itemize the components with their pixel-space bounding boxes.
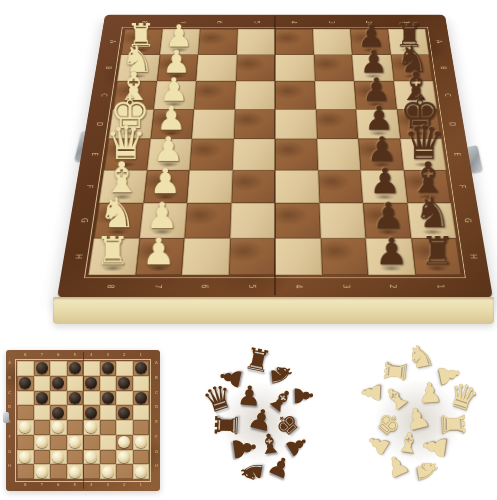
square-r8c1: ♜ (88, 238, 139, 275)
light-checker (52, 421, 64, 433)
square-r4c8 (133, 405, 150, 420)
square-r8c5 (275, 238, 322, 275)
black-pawn: ♟ (369, 164, 400, 199)
square-r3c3 (194, 81, 236, 109)
dark-checker (69, 362, 81, 374)
dark-checker (135, 362, 147, 374)
square-r5c4 (67, 420, 84, 435)
light-checker (85, 451, 97, 463)
square-r7c5 (83, 450, 100, 465)
light-checker (52, 451, 64, 463)
square-r8c2 (34, 464, 51, 479)
square-r5c3 (50, 420, 67, 435)
square-r1c5 (83, 361, 100, 376)
coord-label: 2 (116, 483, 133, 487)
square-r5c2 (34, 420, 51, 435)
square-r2c8 (133, 376, 150, 391)
black-pawn: ♟ (375, 233, 408, 270)
square-r1c6 (313, 29, 352, 54)
square-r2c6 (100, 376, 117, 391)
coord-label: 5 (67, 483, 84, 487)
square-r5c6 (100, 420, 117, 435)
metal-pin-icon (3, 412, 9, 423)
dark-checker (102, 392, 114, 404)
coord-label: 2 (116, 353, 133, 357)
square-r3c6 (314, 81, 356, 109)
coord-label: 7 (34, 483, 51, 487)
square-r3c4 (67, 391, 84, 406)
dark-checker (135, 392, 147, 404)
square-r1c1 (17, 361, 34, 376)
coord-label: A (155, 361, 158, 376)
coord-label: 3 (100, 353, 117, 357)
dark-checker (36, 392, 48, 404)
square-r7c4 (230, 203, 275, 238)
dark-checker (118, 377, 130, 389)
square-r6c6 (100, 435, 117, 450)
coord-label: 6 (50, 483, 67, 487)
square-r5c4 (232, 139, 275, 170)
coord-label: G (8, 450, 11, 465)
square-r4c5 (275, 109, 317, 139)
board-fold-seam (83, 352, 84, 489)
square-r3c5 (275, 81, 316, 109)
coord-label: H (155, 464, 158, 479)
light-checker (85, 421, 97, 433)
square-r3c3 (50, 391, 67, 406)
square-r5c1 (17, 420, 34, 435)
square-r4c1 (17, 405, 34, 420)
square-r4c4 (67, 405, 84, 420)
square-r8c7 (116, 464, 133, 479)
coord-label: F (155, 435, 158, 450)
square-r8c2: ♟ (135, 238, 184, 275)
square-r4c6 (100, 405, 117, 420)
light-checker (118, 436, 130, 448)
light-checker (135, 466, 147, 478)
coord-label: D (155, 405, 158, 420)
square-r8c6 (100, 464, 117, 479)
square-r6c5 (83, 435, 100, 450)
square-r5c3 (189, 139, 233, 170)
board-fold-seam (274, 16, 276, 295)
coords-bottom: 87654321 (17, 483, 149, 487)
light-checker (69, 436, 81, 448)
square-r5c5 (83, 420, 100, 435)
square-r8c8 (133, 464, 150, 479)
square-r4c3 (192, 109, 235, 139)
square-r2c2 (34, 376, 51, 391)
square-r4c7 (116, 405, 133, 420)
square-r5c5 (275, 139, 318, 170)
square-r2c3 (50, 376, 67, 391)
square-r5c8 (133, 420, 150, 435)
square-r4c3 (50, 405, 67, 420)
coord-label: G (155, 450, 158, 465)
product-photo-composite: ♜♟♟♜♞♟♟♞♝♟♟♝♚♟♟♚♛♟♟♛♝♟♟♝♞♟♟♞♜♟♟♜ 8765432… (0, 0, 497, 500)
square-r7c6 (319, 203, 366, 238)
square-r8c6 (320, 238, 368, 275)
board-3d-scene: ♜♟♟♜♞♟♟♞♝♟♟♝♚♟♟♚♛♟♟♛♝♟♟♝♞♟♟♞♜♟♟♜ 8765432… (0, 0, 497, 340)
square-r3c5 (83, 391, 100, 406)
square-r3c4 (234, 81, 275, 109)
square-r2c7 (116, 376, 133, 391)
square-r7c7 (116, 450, 133, 465)
square-r2c5 (275, 54, 314, 81)
square-r3c7 (116, 391, 133, 406)
coord-label: H (8, 464, 11, 479)
coord-label: A (8, 361, 11, 376)
dark-checker (19, 377, 31, 389)
square-r7c6 (100, 450, 117, 465)
square-r4c2 (34, 405, 51, 420)
square-r8c1 (17, 464, 34, 479)
square-r4c6 (316, 109, 359, 139)
square-r6c4 (67, 435, 84, 450)
white-pawn: ♟ (150, 164, 181, 199)
square-r5c6 (317, 139, 361, 170)
square-r6c6 (318, 170, 363, 203)
white-pawn: ♟ (142, 233, 175, 270)
square-r6c3 (187, 170, 232, 203)
square-r8c4 (228, 238, 275, 275)
light-checker (135, 436, 147, 448)
board-side-edge (53, 297, 494, 324)
coords-top: 87654321 (17, 353, 149, 357)
coord-label: 8 (17, 353, 34, 357)
light-checker (19, 451, 31, 463)
coord-label: 5 (67, 353, 84, 357)
dark-pieces-pile: ♜♟♞♛♟♝♟♜♟♚♟♝♟♞♟ (192, 348, 328, 490)
square-r6c2 (34, 435, 51, 450)
dark-checker (69, 392, 81, 404)
square-r8c5 (83, 464, 100, 479)
loose-piece: ♟ (359, 381, 385, 404)
light-checker (19, 421, 31, 433)
light-checker (102, 466, 114, 478)
white-knight: ♞ (98, 192, 135, 234)
coord-label: 4 (83, 353, 100, 357)
square-r7c8 (133, 450, 150, 465)
coord-label: F (8, 435, 11, 450)
square-r2c3 (196, 54, 236, 81)
loose-piece: ♞ (236, 456, 268, 486)
square-r6c3 (50, 435, 67, 450)
square-r6c5 (275, 170, 319, 203)
square-r8c3 (50, 464, 67, 479)
coord-label: B (155, 376, 158, 391)
square-r3c8 (133, 391, 150, 406)
square-r1c2 (34, 361, 51, 376)
square-r4c5 (83, 405, 100, 420)
loose-piece: ♞ (411, 456, 443, 486)
square-r7c3 (50, 450, 67, 465)
square-r5c7 (116, 420, 133, 435)
coord-label: 4 (83, 483, 100, 487)
light-checker (36, 436, 48, 448)
checkers-board-photo: 87654321 87654321 ABCDEFGH ABCDEFGH (6, 350, 160, 491)
coord-label: C (155, 391, 158, 406)
square-r7c3 (184, 203, 231, 238)
coord-label: B (8, 376, 11, 391)
square-r1c8 (133, 361, 150, 376)
coord-label: 6 (50, 353, 67, 357)
black-knight: ♞ (414, 192, 451, 234)
square-r7c5 (275, 203, 320, 238)
light-pieces-pile: ♞♟♜♛♟♝♟♜♟♚♟♝♟♞♟ (345, 344, 491, 490)
square-r1c3 (50, 361, 67, 376)
square-r7c4 (67, 450, 84, 465)
black-rook: ♜ (420, 231, 455, 270)
square-r1c4 (237, 29, 275, 54)
dark-checker (85, 377, 97, 389)
board-burl-frame: ♜♟♟♜♞♟♟♞♝♟♟♝♚♟♟♚♛♟♟♛♝♟♟♝♞♟♟♞♜♟♟♜ 8765432… (57, 15, 493, 298)
coord-label: 1 (133, 483, 150, 487)
square-r3c1 (17, 391, 34, 406)
square-r6c8 (133, 435, 150, 450)
square-r3c6 (100, 391, 117, 406)
square-r2c4 (67, 376, 84, 391)
dark-checker (36, 362, 48, 374)
dark-checker (52, 377, 64, 389)
square-r1c5 (275, 29, 313, 54)
coord-label: C (8, 391, 11, 406)
square-r6c1 (17, 435, 34, 450)
black-pawn: ♟ (372, 197, 404, 233)
coords-right: ABCDEFGH (155, 361, 158, 479)
dark-checker (85, 407, 97, 419)
square-r7c1 (17, 450, 34, 465)
dark-checker (118, 407, 130, 419)
square-r2c5 (83, 376, 100, 391)
square-r2c1 (17, 376, 34, 391)
square-r8c3 (182, 238, 230, 275)
light-checker (69, 466, 81, 478)
light-checker (36, 466, 48, 478)
white-pawn: ♟ (146, 197, 178, 233)
loose-piece: ♟ (290, 384, 316, 407)
square-r1c7 (116, 361, 133, 376)
chess-board-photo: ♜♟♟♜♞♟♟♞♝♟♟♝♚♟♟♚♛♟♟♛♝♟♟♝♞♟♟♞♜♟♟♜ 8765432… (0, 0, 497, 340)
white-rook: ♜ (95, 231, 130, 270)
coord-label: 7 (34, 353, 51, 357)
square-r1c3 (198, 29, 237, 54)
square-r8c7: ♟ (366, 238, 415, 275)
chess-board: ♜♟♟♜♞♟♟♞♝♟♟♝♚♟♟♚♛♟♟♛♝♟♟♝♞♟♟♞♜♟♟♜ 8765432… (57, 15, 493, 298)
square-r8c8: ♜ (411, 238, 462, 275)
square-r6c7 (116, 435, 133, 450)
dark-checker (52, 407, 64, 419)
square-r6c4 (231, 170, 275, 203)
square-r1c6 (100, 361, 117, 376)
dark-checker (102, 362, 114, 374)
square-r1c4 (67, 361, 84, 376)
square-r2c6 (313, 54, 353, 81)
coord-label: 8 (17, 483, 34, 487)
coord-label: 3 (100, 483, 117, 487)
square-r4c4 (233, 109, 275, 139)
square-r8c4 (67, 464, 84, 479)
square-r2c4 (236, 54, 275, 81)
coord-label: E (155, 420, 158, 435)
square-r3c2 (34, 391, 51, 406)
light-checker (118, 451, 130, 463)
square-r7c2 (34, 450, 51, 465)
coord-label: 1 (133, 353, 150, 357)
